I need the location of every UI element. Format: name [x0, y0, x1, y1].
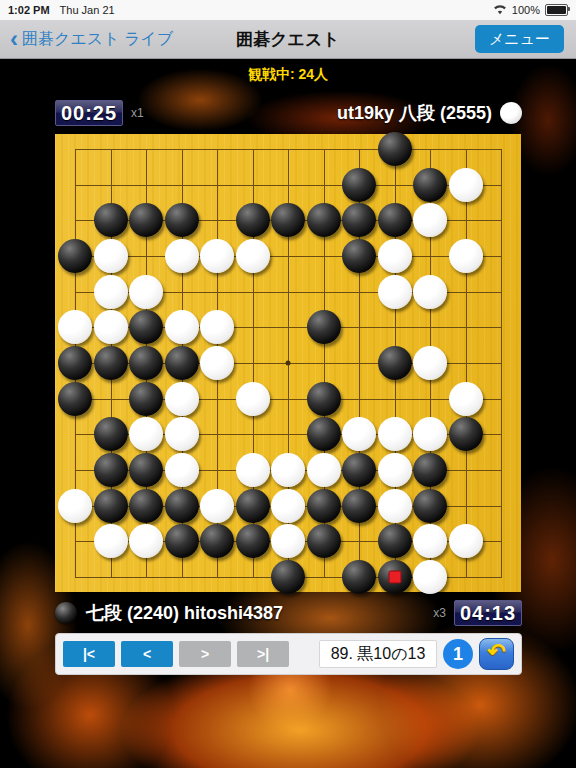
- white-stone: [413, 203, 447, 237]
- white-stone: [200, 310, 234, 344]
- black-stone: [129, 489, 163, 523]
- back-button[interactable]: ‹ 囲碁クエスト ライブ: [10, 27, 173, 51]
- white-player-clock: 00:25: [55, 100, 123, 126]
- black-stone: [342, 560, 376, 594]
- black-stone: [165, 524, 199, 558]
- black-stone: [378, 132, 412, 166]
- black-stone: [200, 524, 234, 558]
- black-player-name: 七段 (2240) hitoshi4387: [86, 601, 283, 625]
- white-stone: [413, 346, 447, 380]
- black-stone: [307, 417, 341, 451]
- battery-icon: [545, 4, 568, 16]
- black-stone: [58, 382, 92, 416]
- black-stone: [236, 203, 270, 237]
- white-stone: [413, 417, 447, 451]
- black-stone: [94, 346, 128, 380]
- white-stone: [271, 489, 305, 523]
- white-stone: [94, 524, 128, 558]
- black-stone: [342, 453, 376, 487]
- move-label-field: 89. 黒10の13: [319, 640, 437, 668]
- black-stone: [94, 203, 128, 237]
- black-stone: [307, 524, 341, 558]
- black-stone: [94, 489, 128, 523]
- white-stone: [165, 417, 199, 451]
- white-stone: [58, 310, 92, 344]
- black-stone: [129, 346, 163, 380]
- white-stone: [378, 275, 412, 309]
- black-stone: [94, 417, 128, 451]
- navigation-bar: ‹ 囲碁クエスト ライブ 囲碁クエスト メニュー: [0, 20, 576, 59]
- black-stone: [307, 489, 341, 523]
- white-stone: [378, 239, 412, 273]
- black-stone: [94, 453, 128, 487]
- white-stone: [413, 275, 447, 309]
- black-stone: [413, 489, 447, 523]
- black-stone: [413, 453, 447, 487]
- white-player-row: 00:25 x1 ut19ky 八段 (2555): [55, 99, 522, 127]
- white-stone: [271, 453, 305, 487]
- black-stone: [165, 203, 199, 237]
- black-stone: [342, 168, 376, 202]
- go-board[interactable]: [55, 134, 521, 592]
- white-stone: [165, 310, 199, 344]
- white-stone: [271, 524, 305, 558]
- white-stone: [449, 239, 483, 273]
- white-stone: [413, 524, 447, 558]
- white-stone: [58, 489, 92, 523]
- grid-line-vertical: [466, 149, 467, 578]
- black-player-clock: 04:13: [454, 600, 522, 626]
- black-stone: [378, 346, 412, 380]
- black-stone: [236, 524, 270, 558]
- black-stone: [271, 560, 305, 594]
- status-time: 1:02 PM: [8, 4, 50, 16]
- hoshi-point: [286, 360, 291, 365]
- white-stone: [94, 275, 128, 309]
- white-stone: [129, 275, 163, 309]
- black-stone: [165, 346, 199, 380]
- black-player-row: 七段 (2240) hitoshi4387 x3 04:13: [55, 599, 522, 627]
- white-stone: [449, 524, 483, 558]
- black-stone: [378, 203, 412, 237]
- status-bar: 1:02 PMThu Jan 21 100%: [0, 0, 576, 20]
- black-stone: [58, 239, 92, 273]
- black-stone: [307, 382, 341, 416]
- white-stone: [236, 453, 270, 487]
- undo-button[interactable]: ↶: [479, 638, 514, 670]
- black-stone: [413, 168, 447, 202]
- wifi-icon: [493, 4, 507, 17]
- status-time-date: 1:02 PMThu Jan 21: [8, 4, 125, 16]
- black-time-multiplier: x3: [433, 606, 446, 620]
- black-stone: [307, 203, 341, 237]
- white-stone: [236, 382, 270, 416]
- white-stone: [165, 453, 199, 487]
- white-stone: [236, 239, 270, 273]
- white-stone: [129, 417, 163, 451]
- white-stone: [165, 382, 199, 416]
- black-stone: [342, 489, 376, 523]
- status-date: Thu Jan 21: [60, 4, 115, 16]
- white-stone: [94, 310, 128, 344]
- white-stone: [449, 168, 483, 202]
- black-stone: [129, 453, 163, 487]
- first-move-button[interactable]: |<: [63, 641, 115, 667]
- white-player-name: ut19ky 八段 (2555): [337, 101, 492, 125]
- back-chevron-icon: ‹: [10, 27, 18, 51]
- white-stone: [378, 417, 412, 451]
- next-move-button[interactable]: >: [179, 641, 231, 667]
- black-stone: [129, 203, 163, 237]
- black-stone: [129, 310, 163, 344]
- battery-percent: 100%: [512, 4, 540, 16]
- spectator-count: 観戦中: 24人: [0, 66, 576, 84]
- last-move-marker: [388, 570, 401, 583]
- black-stone: [165, 489, 199, 523]
- white-stone-icon: [500, 102, 522, 124]
- black-stone: [342, 239, 376, 273]
- white-stone: [378, 489, 412, 523]
- white-stone: [200, 346, 234, 380]
- black-stone: [58, 346, 92, 380]
- black-stone: [236, 489, 270, 523]
- white-stone: [307, 453, 341, 487]
- black-stone: [342, 203, 376, 237]
- white-stone: [378, 453, 412, 487]
- move-controls-bar: |< < > >| 89. 黒10の13 1 ↶: [55, 633, 522, 675]
- black-stone: [378, 524, 412, 558]
- white-stone: [129, 524, 163, 558]
- white-stone: [342, 417, 376, 451]
- white-stone: [449, 382, 483, 416]
- white-stone: [413, 560, 447, 594]
- notification-badge[interactable]: 1: [443, 639, 473, 669]
- white-stone: [94, 239, 128, 273]
- prev-move-button[interactable]: <: [121, 641, 173, 667]
- last-move-button[interactable]: >|: [237, 641, 289, 667]
- black-stone: [307, 310, 341, 344]
- white-stone: [165, 239, 199, 273]
- black-stone: [271, 203, 305, 237]
- white-time-multiplier: x1: [131, 106, 144, 120]
- black-stone: [129, 382, 163, 416]
- back-label: 囲碁クエスト ライブ: [22, 29, 173, 50]
- menu-button[interactable]: メニュー: [475, 25, 564, 53]
- black-stone: [449, 417, 483, 451]
- white-stone: [200, 489, 234, 523]
- white-stone: [200, 239, 234, 273]
- black-stone-icon: [55, 602, 77, 624]
- undo-arrow-icon: ↶: [487, 641, 505, 663]
- grid-line-vertical: [501, 149, 502, 578]
